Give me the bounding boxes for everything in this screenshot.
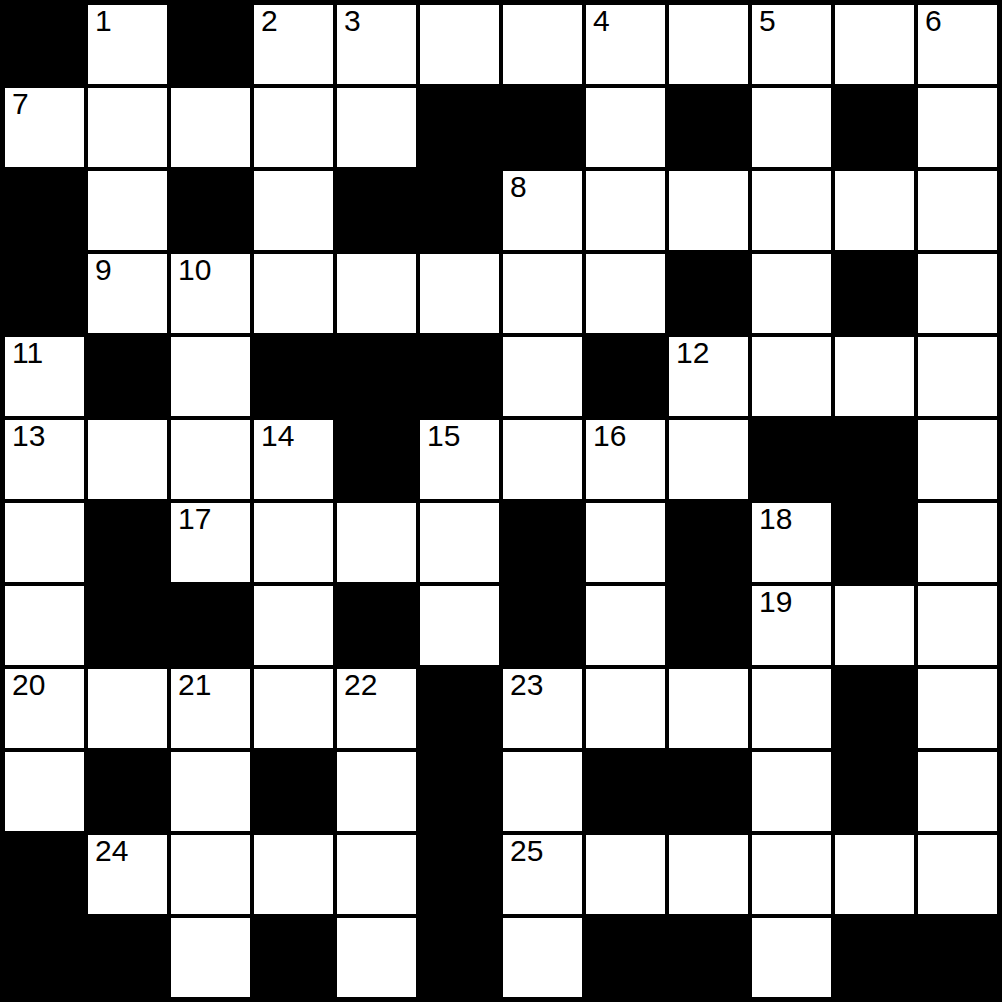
black-cell [3,3,86,86]
white-cell[interactable] [501,335,584,418]
white-cell[interactable] [667,418,750,501]
black-cell [86,750,169,833]
white-cell[interactable]: 1 [86,3,169,86]
white-cell[interactable] [916,833,999,916]
white-cell[interactable] [335,833,418,916]
black-cell [833,750,916,833]
black-cell [418,335,501,418]
white-cell[interactable]: 16 [584,418,667,501]
white-cell[interactable]: 4 [584,3,667,86]
white-cell[interactable] [501,418,584,501]
clue-number: 21 [178,669,211,701]
white-cell[interactable] [252,86,335,169]
white-cell[interactable] [3,501,86,584]
black-cell [335,169,418,252]
black-cell [418,667,501,750]
white-cell[interactable] [501,916,584,999]
black-cell [418,916,501,999]
white-cell[interactable]: 6 [916,3,999,86]
black-cell [750,418,833,501]
white-cell[interactable] [169,418,252,501]
clue-number: 17 [178,503,211,535]
white-cell[interactable] [750,252,833,335]
clue-number: 3 [344,5,361,37]
black-cell [86,335,169,418]
white-cell[interactable] [916,252,999,335]
black-cell [169,3,252,86]
white-cell[interactable] [833,833,916,916]
white-cell[interactable] [833,335,916,418]
white-cell[interactable] [750,335,833,418]
black-cell [667,252,750,335]
black-cell [418,750,501,833]
black-cell [584,750,667,833]
white-cell[interactable] [3,584,86,667]
white-cell[interactable] [833,3,916,86]
white-cell[interactable]: 20 [3,667,86,750]
clue-number: 19 [759,586,792,618]
white-cell[interactable] [169,833,252,916]
white-cell[interactable] [916,335,999,418]
black-cell [501,584,584,667]
black-cell [3,252,86,335]
white-cell[interactable]: 13 [3,418,86,501]
white-cell[interactable]: 12 [667,335,750,418]
white-cell[interactable]: 21 [169,667,252,750]
white-cell[interactable] [252,501,335,584]
white-cell[interactable] [335,501,418,584]
white-cell[interactable] [584,501,667,584]
clue-number: 7 [12,88,29,120]
white-cell[interactable] [252,252,335,335]
black-cell [584,916,667,999]
black-cell [335,335,418,418]
white-cell[interactable] [86,169,169,252]
black-cell [86,501,169,584]
white-cell[interactable] [750,916,833,999]
clue-number: 15 [427,420,460,452]
white-cell[interactable]: 17 [169,501,252,584]
white-cell[interactable] [750,169,833,252]
white-cell[interactable]: 22 [335,667,418,750]
white-cell[interactable] [916,501,999,584]
black-cell [667,750,750,833]
white-cell[interactable] [916,584,999,667]
white-cell[interactable] [252,667,335,750]
white-cell[interactable] [667,3,750,86]
black-cell [667,916,750,999]
white-cell[interactable]: 10 [169,252,252,335]
white-cell[interactable]: 11 [3,335,86,418]
white-cell[interactable]: 24 [86,833,169,916]
white-cell[interactable]: 5 [750,3,833,86]
white-cell[interactable] [750,750,833,833]
white-cell[interactable] [833,584,916,667]
white-cell[interactable]: 15 [418,418,501,501]
white-cell[interactable] [916,169,999,252]
white-cell[interactable] [86,418,169,501]
clue-number: 1 [95,5,112,37]
white-cell[interactable] [418,3,501,86]
white-cell[interactable] [667,169,750,252]
white-cell[interactable] [3,750,86,833]
black-cell [667,584,750,667]
clue-number: 5 [759,5,776,37]
white-cell[interactable] [252,584,335,667]
white-cell[interactable] [169,750,252,833]
white-cell[interactable] [169,86,252,169]
black-cell [252,750,335,833]
white-cell[interactable] [501,252,584,335]
clue-number: 2 [261,5,278,37]
black-cell [335,584,418,667]
white-cell[interactable] [584,252,667,335]
clue-number: 13 [12,420,45,452]
clue-number: 14 [261,420,294,452]
white-cell[interactable] [418,501,501,584]
white-cell[interactable] [584,667,667,750]
white-cell[interactable] [169,335,252,418]
clue-number: 25 [510,835,543,867]
white-cell[interactable] [252,833,335,916]
white-cell[interactable] [169,916,252,999]
black-cell [667,501,750,584]
clue-number: 20 [12,669,45,701]
black-cell [252,335,335,418]
white-cell[interactable] [833,169,916,252]
white-cell[interactable] [916,750,999,833]
crossword-grid: 1234567891011121314151617181920212223242… [0,0,1002,1002]
white-cell[interactable]: 23 [501,667,584,750]
white-cell[interactable]: 19 [750,584,833,667]
white-cell[interactable] [335,916,418,999]
black-cell [833,252,916,335]
white-cell[interactable]: 2 [252,3,335,86]
clue-number: 11 [12,337,43,369]
black-cell [418,169,501,252]
black-cell [86,916,169,999]
white-cell[interactable] [916,418,999,501]
clue-number: 6 [925,5,942,37]
white-cell[interactable]: 8 [501,169,584,252]
black-cell [833,916,916,999]
white-cell[interactable] [916,667,999,750]
white-cell[interactable] [501,750,584,833]
black-cell [501,86,584,169]
black-cell [169,584,252,667]
white-cell[interactable]: 3 [335,3,418,86]
clue-number: 18 [759,503,792,535]
white-cell[interactable] [750,667,833,750]
white-cell[interactable] [501,3,584,86]
white-cell[interactable] [86,667,169,750]
black-cell [833,501,916,584]
black-cell [3,916,86,999]
white-cell[interactable]: 18 [750,501,833,584]
black-cell [584,335,667,418]
white-cell[interactable]: 25 [501,833,584,916]
black-cell [169,169,252,252]
clue-number: 9 [95,254,112,286]
black-cell [418,86,501,169]
clue-number: 24 [95,835,128,867]
white-cell[interactable]: 9 [86,252,169,335]
black-cell [418,833,501,916]
white-cell[interactable] [584,169,667,252]
black-cell [3,833,86,916]
white-cell[interactable] [86,86,169,169]
black-cell [916,916,999,999]
clue-number: 23 [510,669,543,701]
white-cell[interactable]: 14 [252,418,335,501]
black-cell [833,418,916,501]
white-cell[interactable] [584,833,667,916]
white-cell[interactable] [750,833,833,916]
clue-number: 8 [510,171,527,203]
white-cell[interactable] [418,252,501,335]
white-cell[interactable] [667,833,750,916]
clue-number: 10 [178,254,211,286]
black-cell [3,169,86,252]
white-cell[interactable]: 7 [3,86,86,169]
white-cell[interactable] [584,86,667,169]
white-cell[interactable] [335,750,418,833]
black-cell [252,916,335,999]
black-cell [833,86,916,169]
white-cell[interactable] [916,86,999,169]
white-cell[interactable] [335,252,418,335]
clue-number: 16 [593,420,626,452]
black-cell [667,86,750,169]
white-cell[interactable] [667,667,750,750]
clue-number: 12 [676,337,709,369]
black-cell [86,584,169,667]
white-cell[interactable] [252,169,335,252]
white-cell[interactable] [335,86,418,169]
black-cell [501,501,584,584]
clue-number: 22 [344,669,377,701]
black-cell [335,418,418,501]
clue-number: 4 [593,5,610,37]
white-cell[interactable] [750,86,833,169]
black-cell [833,667,916,750]
white-cell[interactable] [584,584,667,667]
white-cell[interactable] [418,584,501,667]
